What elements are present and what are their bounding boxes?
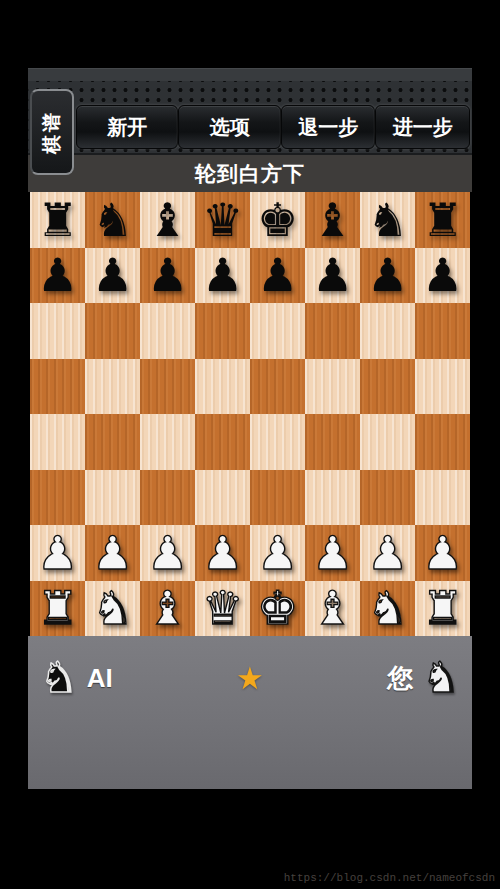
watermark-url: https://blog.csdn.net/nameofcsdn bbox=[284, 872, 495, 884]
square-a1[interactable]: ♜ bbox=[30, 581, 85, 637]
black-queen[interactable]: ♛ bbox=[202, 197, 243, 243]
square-c1[interactable]: ♝ bbox=[140, 581, 195, 637]
square-g4[interactable] bbox=[360, 414, 415, 470]
white-bishop[interactable]: ♝ bbox=[147, 585, 188, 631]
human-player-label: 您 bbox=[387, 661, 413, 696]
square-g5[interactable] bbox=[360, 359, 415, 415]
player-bar: ♞ AI ★ 您 ♞ bbox=[28, 636, 472, 789]
turn-status-bar: 轮到白方下 bbox=[28, 155, 472, 192]
square-a3[interactable] bbox=[30, 470, 85, 526]
square-d3[interactable] bbox=[195, 470, 250, 526]
white-rook[interactable]: ♜ bbox=[37, 585, 78, 631]
square-c6[interactable] bbox=[140, 303, 195, 359]
square-h2[interactable]: ♟ bbox=[415, 525, 470, 581]
human-player: 您 ♞ bbox=[387, 657, 460, 699]
square-b2[interactable]: ♟ bbox=[85, 525, 140, 581]
square-b5[interactable] bbox=[85, 359, 140, 415]
white-pawn[interactable]: ♟ bbox=[367, 530, 408, 576]
square-g8[interactable]: ♞ bbox=[360, 192, 415, 248]
square-h1[interactable]: ♜ bbox=[415, 581, 470, 637]
square-d6[interactable] bbox=[195, 303, 250, 359]
square-e6[interactable] bbox=[250, 303, 305, 359]
square-f5[interactable] bbox=[305, 359, 360, 415]
app-screen: 棋谱 新开 选项 退一步 进一步 轮到白方下 ♜♞♝♛♚♝♞♜♟♟♟♟♟♟♟♟♟… bbox=[0, 0, 500, 889]
square-g7[interactable]: ♟ bbox=[360, 248, 415, 304]
black-knight[interactable]: ♞ bbox=[92, 197, 133, 243]
square-h7[interactable]: ♟ bbox=[415, 248, 470, 304]
square-c3[interactable] bbox=[140, 470, 195, 526]
options-button[interactable]: 选项 bbox=[178, 105, 280, 149]
square-b4[interactable] bbox=[85, 414, 140, 470]
difficulty-indicator: ★ bbox=[113, 663, 388, 694]
black-knight-icon: ♞ bbox=[40, 657, 78, 699]
chess-app-panel: 棋谱 新开 选项 退一步 进一步 轮到白方下 ♜♞♝♛♚♝♞♜♟♟♟♟♟♟♟♟♟… bbox=[28, 68, 472, 789]
ai-player: ♞ AI bbox=[40, 657, 113, 699]
black-rook[interactable]: ♜ bbox=[37, 197, 78, 243]
white-knight[interactable]: ♞ bbox=[367, 585, 408, 631]
square-g3[interactable] bbox=[360, 470, 415, 526]
star-icon: ★ bbox=[236, 661, 264, 696]
redo-move-button[interactable]: 进一步 bbox=[375, 105, 470, 149]
black-pawn[interactable]: ♟ bbox=[37, 252, 78, 298]
square-h6[interactable] bbox=[415, 303, 470, 359]
square-f4[interactable] bbox=[305, 414, 360, 470]
square-a2[interactable]: ♟ bbox=[30, 525, 85, 581]
black-pawn[interactable]: ♟ bbox=[257, 252, 298, 298]
square-e5[interactable] bbox=[250, 359, 305, 415]
square-c8[interactable]: ♝ bbox=[140, 192, 195, 248]
ai-player-label: AI bbox=[87, 663, 113, 694]
square-c4[interactable] bbox=[140, 414, 195, 470]
square-f1[interactable]: ♝ bbox=[305, 581, 360, 637]
square-f2[interactable]: ♟ bbox=[305, 525, 360, 581]
white-king[interactable]: ♚ bbox=[257, 585, 298, 631]
black-king[interactable]: ♚ bbox=[257, 197, 298, 243]
black-bishop[interactable]: ♝ bbox=[147, 197, 188, 243]
square-a6[interactable] bbox=[30, 303, 85, 359]
square-b3[interactable] bbox=[85, 470, 140, 526]
square-d2[interactable]: ♟ bbox=[195, 525, 250, 581]
square-b8[interactable]: ♞ bbox=[85, 192, 140, 248]
square-d4[interactable] bbox=[195, 414, 250, 470]
toolbar-buttons: 新开 选项 退一步 进一步 bbox=[76, 105, 470, 149]
white-knight-icon: ♞ bbox=[422, 657, 460, 699]
square-e2[interactable]: ♟ bbox=[250, 525, 305, 581]
square-c5[interactable] bbox=[140, 359, 195, 415]
square-h4[interactable] bbox=[415, 414, 470, 470]
square-f6[interactable] bbox=[305, 303, 360, 359]
square-b7[interactable]: ♟ bbox=[85, 248, 140, 304]
square-g2[interactable]: ♟ bbox=[360, 525, 415, 581]
black-pawn[interactable]: ♟ bbox=[367, 252, 408, 298]
moves-tab-label: 棋谱 bbox=[39, 110, 65, 154]
square-g6[interactable] bbox=[360, 303, 415, 359]
white-rook[interactable]: ♜ bbox=[422, 585, 463, 631]
square-d8[interactable]: ♛ bbox=[195, 192, 250, 248]
black-pawn[interactable]: ♟ bbox=[202, 252, 243, 298]
square-c7[interactable]: ♟ bbox=[140, 248, 195, 304]
moves-tab[interactable]: 棋谱 bbox=[30, 89, 74, 175]
black-pawn[interactable]: ♟ bbox=[147, 252, 188, 298]
turn-status-text: 轮到白方下 bbox=[195, 160, 305, 188]
square-f8[interactable]: ♝ bbox=[305, 192, 360, 248]
black-pawn[interactable]: ♟ bbox=[422, 252, 463, 298]
square-h3[interactable] bbox=[415, 470, 470, 526]
black-pawn[interactable]: ♟ bbox=[312, 252, 353, 298]
square-e3[interactable] bbox=[250, 470, 305, 526]
black-rook[interactable]: ♜ bbox=[422, 197, 463, 243]
square-f3[interactable] bbox=[305, 470, 360, 526]
white-pawn[interactable]: ♟ bbox=[202, 530, 243, 576]
black-pawn[interactable]: ♟ bbox=[92, 252, 133, 298]
toolbar: 棋谱 新开 选项 退一步 进一步 bbox=[28, 68, 472, 155]
square-b1[interactable]: ♞ bbox=[85, 581, 140, 637]
white-queen[interactable]: ♛ bbox=[202, 585, 243, 631]
white-pawn[interactable]: ♟ bbox=[37, 530, 78, 576]
square-a5[interactable] bbox=[30, 359, 85, 415]
square-b6[interactable] bbox=[85, 303, 140, 359]
white-pawn[interactable]: ♟ bbox=[147, 530, 188, 576]
new-game-button[interactable]: 新开 bbox=[76, 105, 178, 149]
square-a4[interactable] bbox=[30, 414, 85, 470]
square-d1[interactable]: ♛ bbox=[195, 581, 250, 637]
black-bishop[interactable]: ♝ bbox=[312, 197, 353, 243]
square-e4[interactable] bbox=[250, 414, 305, 470]
square-a7[interactable]: ♟ bbox=[30, 248, 85, 304]
white-bishop[interactable]: ♝ bbox=[312, 585, 353, 631]
square-g1[interactable]: ♞ bbox=[360, 581, 415, 637]
square-e7[interactable]: ♟ bbox=[250, 248, 305, 304]
white-pawn[interactable]: ♟ bbox=[92, 530, 133, 576]
undo-move-button[interactable]: 退一步 bbox=[281, 105, 376, 149]
white-pawn[interactable]: ♟ bbox=[422, 530, 463, 576]
chess-board: ♜♞♝♛♚♝♞♜♟♟♟♟♟♟♟♟♟♟♟♟♟♟♟♟♜♞♝♛♚♝♞♜ bbox=[30, 192, 470, 636]
white-pawn[interactable]: ♟ bbox=[312, 530, 353, 576]
square-a8[interactable]: ♜ bbox=[30, 192, 85, 248]
square-c2[interactable]: ♟ bbox=[140, 525, 195, 581]
square-h8[interactable]: ♜ bbox=[415, 192, 470, 248]
square-d7[interactable]: ♟ bbox=[195, 248, 250, 304]
white-knight[interactable]: ♞ bbox=[92, 585, 133, 631]
black-knight[interactable]: ♞ bbox=[367, 197, 408, 243]
square-h5[interactable] bbox=[415, 359, 470, 415]
white-pawn[interactable]: ♟ bbox=[257, 530, 298, 576]
square-e1[interactable]: ♚ bbox=[250, 581, 305, 637]
square-f7[interactable]: ♟ bbox=[305, 248, 360, 304]
square-e8[interactable]: ♚ bbox=[250, 192, 305, 248]
square-d5[interactable] bbox=[195, 359, 250, 415]
